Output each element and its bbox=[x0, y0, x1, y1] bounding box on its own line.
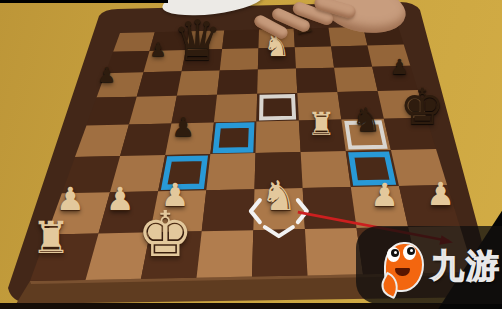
mascot-eye bbox=[387, 247, 400, 262]
watermark-text: 九游 bbox=[431, 249, 501, 282]
chess-app-screenshot: ♟♛♟♟♟♞♚♞♜♞♟♟♟♟♟♚♜ ♝ 九游 bbox=[0, 0, 502, 309]
jiuyou-mascot-logo bbox=[384, 235, 426, 295]
watermark-panel: 九游 bbox=[356, 226, 502, 304]
mascot-eye bbox=[403, 245, 416, 260]
